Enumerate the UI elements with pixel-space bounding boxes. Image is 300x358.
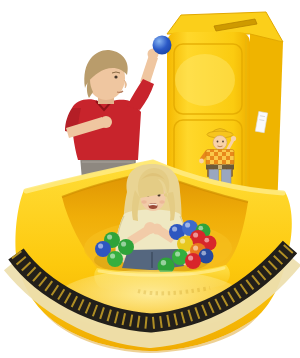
play-ball-highlight	[198, 226, 203, 231]
play-ball-3	[107, 251, 123, 267]
play-ball-2	[118, 239, 134, 255]
play-ball-highlight	[180, 238, 185, 243]
drop-ball	[153, 36, 172, 55]
ball-pit-scene	[0, 0, 300, 358]
play-ball-highlight	[204, 238, 209, 243]
play-ball-highlight	[161, 260, 166, 265]
boy-sleeve-raised	[127, 79, 154, 110]
play-ball-highlight	[107, 234, 112, 239]
play-ball-highlight	[201, 251, 206, 256]
boy-hand-left	[100, 116, 112, 128]
play-ball-highlight	[175, 251, 180, 256]
play-ball-highlight	[188, 255, 193, 260]
play-ball-highlight	[121, 241, 126, 246]
tower-side-panel	[250, 33, 283, 212]
play-ball-highlight	[193, 245, 198, 250]
play-ball-highlight	[193, 232, 198, 237]
photo-stage	[0, 0, 300, 358]
play-ball-highlight	[98, 243, 103, 248]
play-ball-highlight	[172, 226, 177, 231]
play-ball-highlight	[185, 222, 190, 227]
tower-sheen	[175, 54, 235, 106]
play-ball-highlight	[110, 253, 115, 258]
play-ball-13	[185, 253, 201, 269]
